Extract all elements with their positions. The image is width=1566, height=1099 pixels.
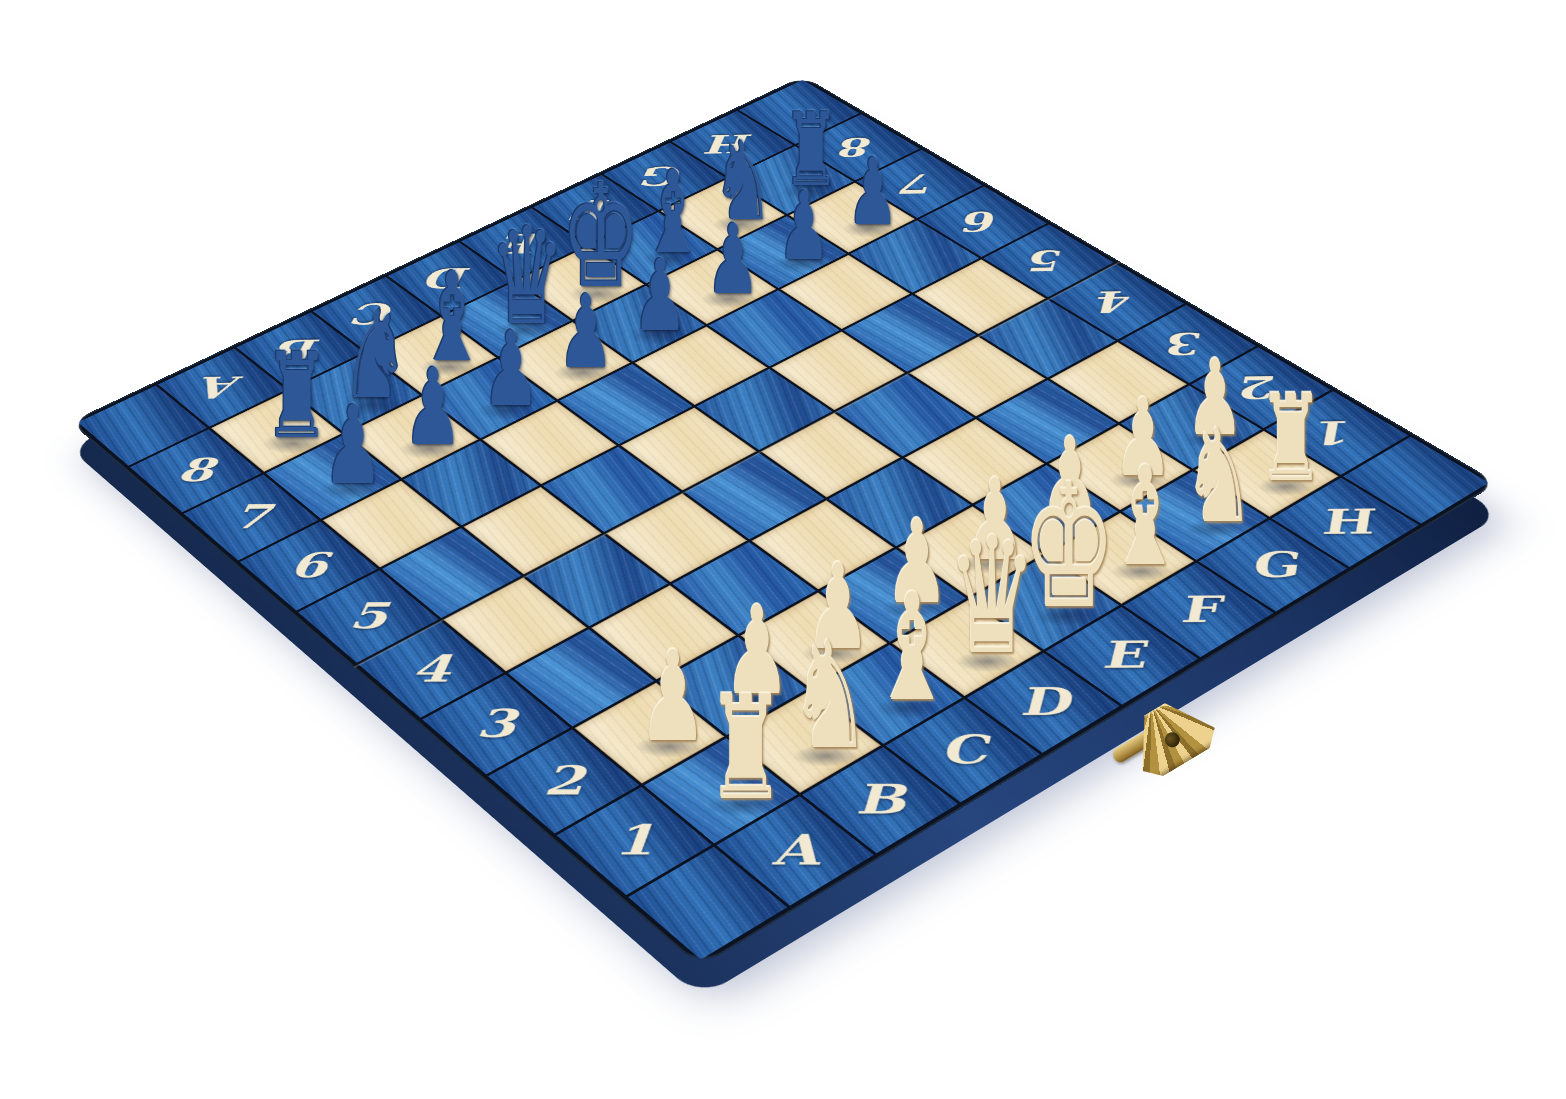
piece-white-knight-g1[interactable]: ♞ (1183, 412, 1255, 542)
piece-white-queen-d1[interactable]: ♛ (947, 517, 1036, 678)
rank-label-left-8-text: 8 (175, 454, 216, 486)
piece-white-knight-b1[interactable]: ♞ (789, 623, 871, 771)
rank-label-left-1-text: 1 (613, 819, 655, 861)
rank-label-left-7-text: 7 (230, 500, 271, 533)
rank-label-right-7-text: 7 (902, 170, 938, 197)
piece-white-rook-a1[interactable]: ♜ (706, 677, 786, 821)
rank-label-left-2-text: 2 (542, 761, 584, 801)
piece-white-bishop-c1[interactable]: ♝ (871, 575, 953, 723)
rank-label-left-3-text: 3 (475, 704, 517, 743)
piece-blue-pawn-h7[interactable]: ♟ (847, 146, 898, 238)
rank-label-left-6-text: 6 (288, 548, 330, 583)
file-label-bottom-f-text: F (1175, 591, 1222, 628)
piece-white-pawn-a2[interactable]: ♟ (639, 636, 708, 761)
file-label-bottom-b-text: B (854, 779, 907, 820)
piece-blue-pawn-d7[interactable]: ♟ (558, 282, 614, 383)
piece-blue-pawn-g7[interactable]: ♟ (777, 179, 830, 273)
piece-blue-pawn-c7[interactable]: ♟ (482, 318, 540, 422)
piece-blue-pawn-b7[interactable]: ♟ (403, 354, 462, 460)
piece-white-bishop-f1[interactable]: ♝ (1107, 449, 1183, 586)
photo-canvas: ABCDEFGH8877665544332211ABCDEFGH ♜♞♟♝♟♚♟… (0, 0, 1566, 1099)
piece-blue-pawn-f7[interactable]: ♟ (706, 212, 760, 309)
rank-label-left-4-text: 4 (410, 650, 452, 687)
piece-blue-pawn-e7[interactable]: ♟ (633, 247, 688, 346)
piece-blue-rook-a8[interactable]: ♜ (264, 337, 330, 456)
rank-label-right-6-text: 6 (964, 208, 1001, 236)
rank-label-right-5-text: 5 (1029, 246, 1068, 275)
rank-label-right-4-text: 4 (1097, 286, 1137, 315)
rank-label-left-5-text: 5 (348, 598, 390, 634)
file-label-bottom-a-text: A (771, 829, 819, 871)
piece-white-rook-h1[interactable]: ♜ (1258, 379, 1325, 499)
file-label-top-a-text: A (200, 372, 244, 402)
piece-blue-pawn-a7[interactable]: ♟ (323, 392, 383, 501)
file-label-bottom-h-text: H (1315, 504, 1376, 539)
file-label-bottom-c-text: C (938, 730, 989, 770)
file-label-bottom-g-text: G (1245, 547, 1301, 583)
